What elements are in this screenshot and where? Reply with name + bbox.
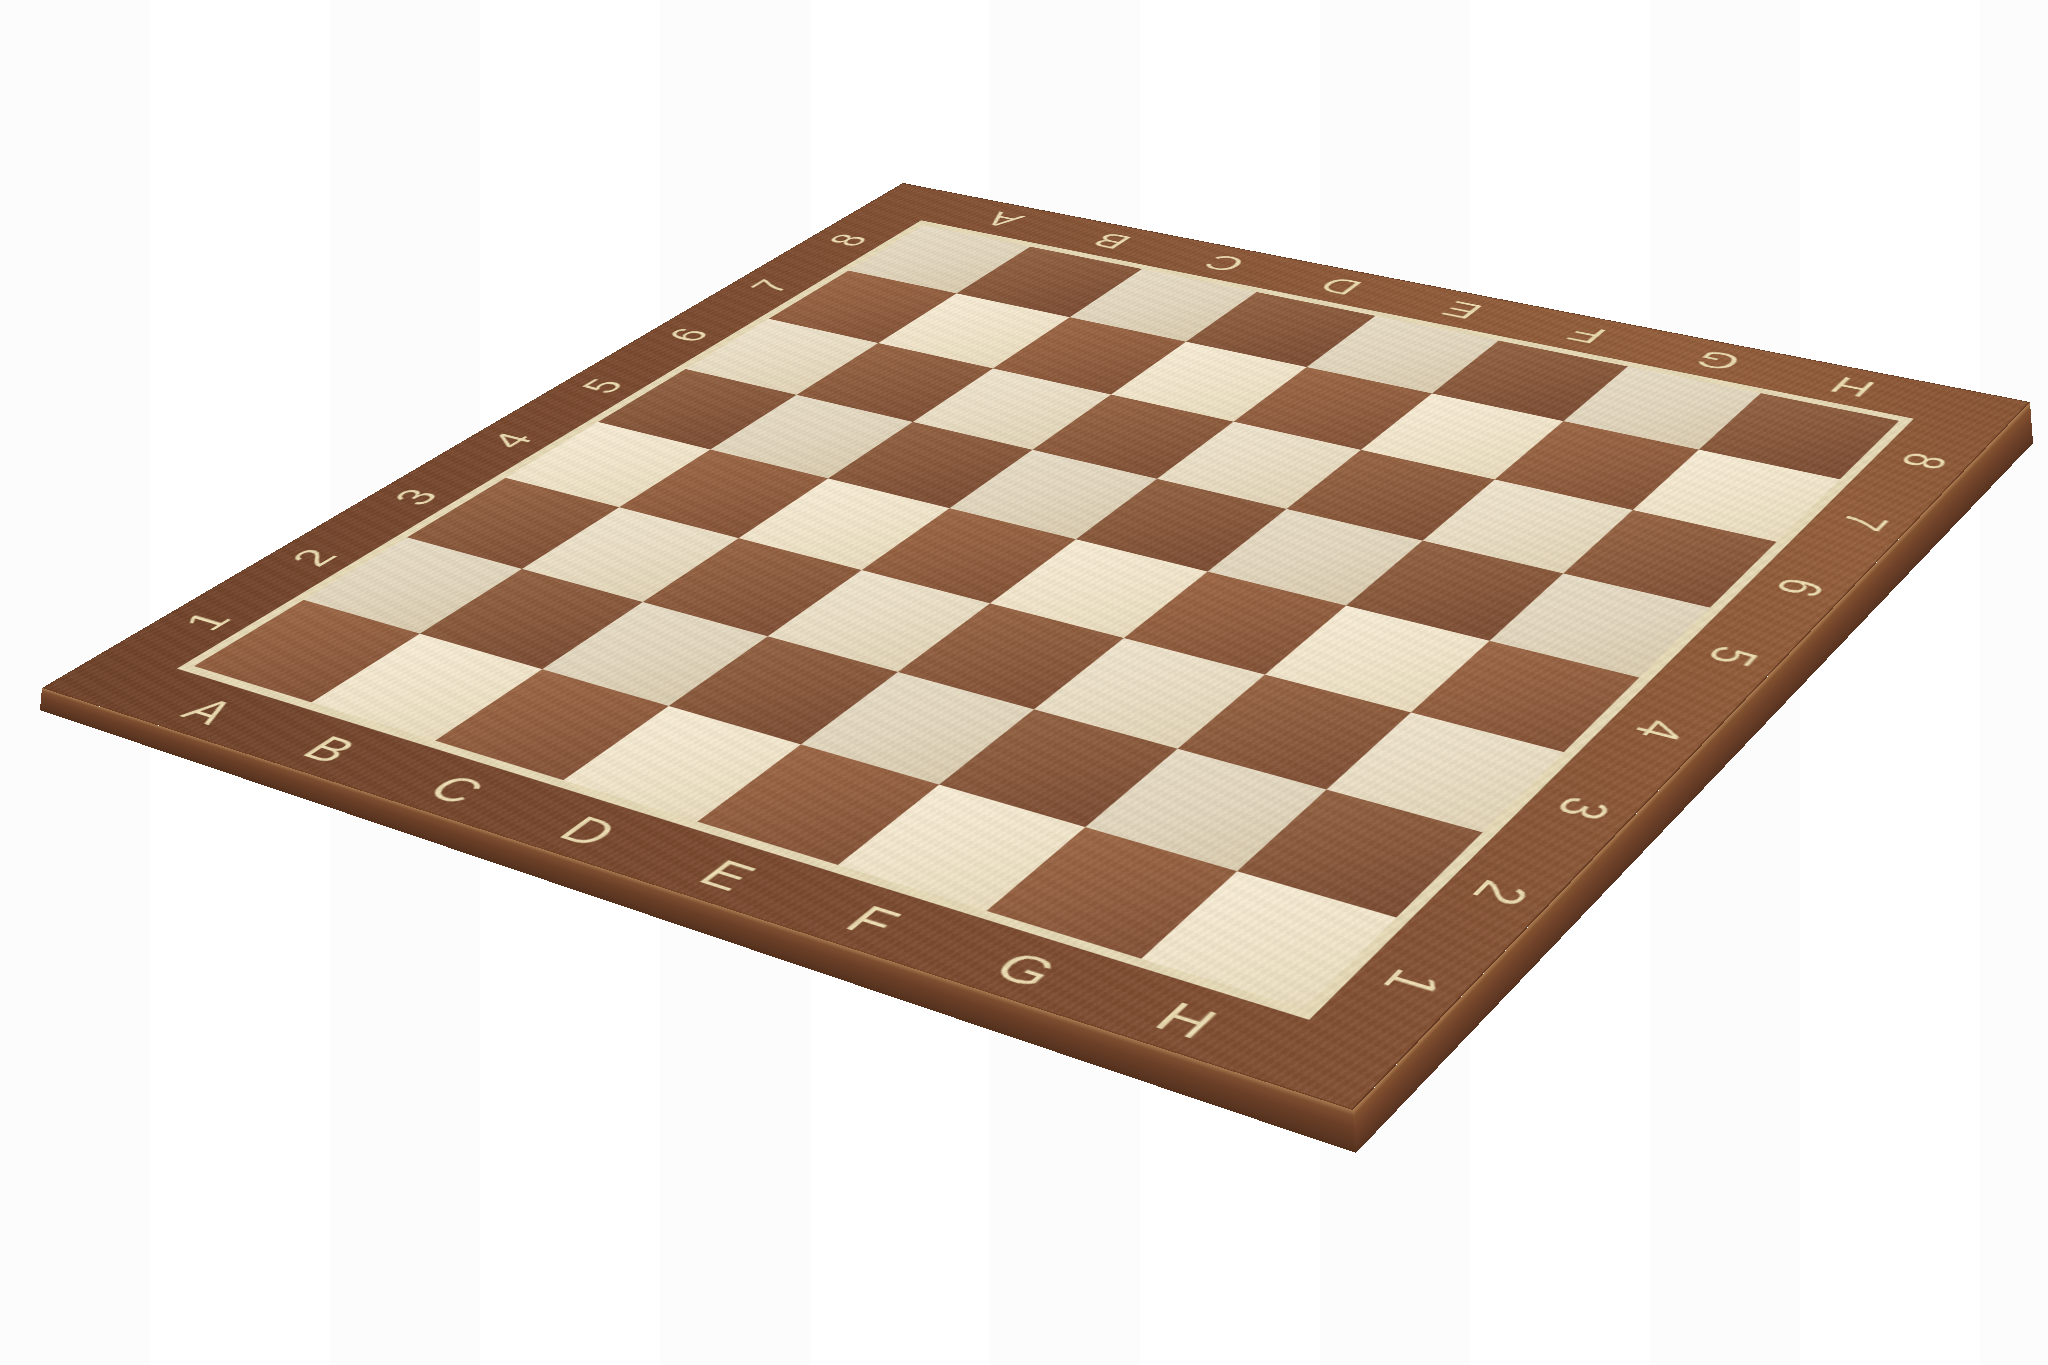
file-label-h-near: H [1145, 996, 1227, 1046]
play-area [177, 220, 1914, 1020]
rank-label-4-left: 4 [481, 429, 541, 451]
file-label-h-far: H [1823, 373, 1882, 401]
file-label-b-near: B [293, 731, 366, 768]
rank-label-3-right: 3 [1546, 792, 1623, 825]
rank-label-2-left: 2 [282, 545, 345, 570]
file-label-b-far: B [1085, 230, 1139, 252]
file-label-f-far: F [1561, 322, 1613, 347]
rank-label-5-left: 5 [573, 376, 632, 397]
rank-label-1-right: 1 [1372, 964, 1454, 1002]
file-label-c-near: C [418, 770, 495, 810]
rank-label-1-left: 1 [174, 608, 239, 634]
rank-label-7-left: 7 [742, 277, 798, 295]
file-label-d-near: D [550, 811, 628, 852]
file-label-a-far: A [976, 209, 1029, 231]
file-label-e-far: E [1434, 298, 1489, 323]
rank-label-4-right: 4 [1624, 715, 1698, 746]
file-label-g-near: G [984, 946, 1068, 994]
file-label-a-near: A [173, 693, 245, 729]
rank-label-5-right: 5 [1697, 642, 1769, 671]
file-label-e-near: E [689, 854, 765, 896]
rank-label-6-right: 6 [1766, 574, 1836, 601]
rank-label-2-right: 2 [1462, 875, 1541, 910]
file-label-d-far: D [1312, 274, 1369, 298]
rank-label-7-right: 7 [1831, 510, 1899, 535]
chess-board: AABBCCDDEEFFGGHH1122334455667788 [42, 183, 2030, 1110]
rank-label-3-left: 3 [385, 486, 447, 509]
rank-label-6-left: 6 [660, 325, 717, 344]
file-label-f-near: F [836, 900, 910, 943]
rank-label-8-left: 8 [821, 231, 876, 248]
rank-label-8-right: 8 [1892, 449, 1958, 472]
file-label-c-far: C [1196, 252, 1252, 276]
product-photo-stage: AABBCCDDEEFFGGHH1122334455667788 [0, 0, 2048, 1365]
file-label-g-far: G [1687, 347, 1748, 374]
